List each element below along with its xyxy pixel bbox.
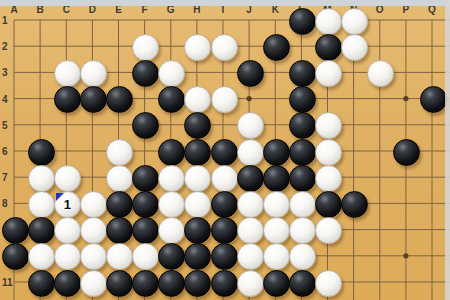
black-stone-C4[interactable] (54, 86, 81, 113)
white-stone-M3[interactable] (315, 60, 342, 87)
window-right-edge (445, 0, 450, 300)
black-stone-E8[interactable] (106, 191, 133, 218)
black-stone-G11[interactable] (158, 270, 185, 297)
black-stone-E11[interactable] (106, 270, 133, 297)
white-stone-O3[interactable] (367, 60, 394, 87)
white-stone-F2[interactable] (132, 34, 159, 61)
black-stone-Q4[interactable] (420, 86, 447, 113)
black-stone-F7[interactable] (132, 165, 159, 192)
row-label-1: 1 (2, 15, 8, 26)
white-stone-K9[interactable] (263, 217, 290, 244)
black-stone-J3[interactable] (237, 60, 264, 87)
black-stone-I11[interactable] (211, 270, 238, 297)
white-stone-G7[interactable] (158, 165, 185, 192)
white-stone-E6[interactable] (106, 139, 133, 166)
white-stone-J10[interactable] (237, 243, 264, 270)
black-stone-K6[interactable] (263, 139, 290, 166)
black-stone-I9[interactable] (211, 217, 238, 244)
white-stone-E7[interactable] (106, 165, 133, 192)
white-stone-C10[interactable] (54, 243, 81, 270)
black-stone-A10[interactable] (2, 243, 29, 270)
black-stone-P6[interactable] (393, 139, 420, 166)
white-stone-G3[interactable] (158, 60, 185, 87)
white-stone-L10[interactable] (289, 243, 316, 270)
go-app-window: ABCDEFGHIJKLMNOPQ1234567891011 1 (0, 0, 450, 300)
white-stone-J8[interactable] (237, 191, 264, 218)
white-stone-B7[interactable] (28, 165, 55, 192)
window-top-edge (0, 0, 450, 6)
black-stone-L4[interactable] (289, 86, 316, 113)
white-stone-I7[interactable] (211, 165, 238, 192)
black-stone-K11[interactable] (263, 270, 290, 297)
black-stone-B11[interactable] (28, 270, 55, 297)
black-stone-H11[interactable] (184, 270, 211, 297)
white-stone-L8[interactable] (289, 191, 316, 218)
black-stone-L6[interactable] (289, 139, 316, 166)
white-stone-I2[interactable] (211, 34, 238, 61)
row-label-11: 11 (2, 277, 13, 288)
white-stone-I4[interactable] (211, 86, 238, 113)
black-stone-K7[interactable] (263, 165, 290, 192)
black-stone-J7[interactable] (237, 165, 264, 192)
white-stone-C9[interactable] (54, 217, 81, 244)
white-stone-M11[interactable] (315, 270, 342, 297)
white-stone-G8[interactable] (158, 191, 185, 218)
black-stone-G6[interactable] (158, 139, 185, 166)
white-stone-H7[interactable] (184, 165, 211, 192)
black-stone-H6[interactable] (184, 139, 211, 166)
white-stone-J9[interactable] (237, 217, 264, 244)
white-stone-J11[interactable] (237, 270, 264, 297)
white-stone-D9[interactable] (80, 217, 107, 244)
white-stone-B8[interactable] (28, 191, 55, 218)
row-label-2: 2 (2, 41, 8, 52)
black-stone-L3[interactable] (289, 60, 316, 87)
black-stone-L1[interactable] (289, 8, 316, 35)
black-stone-F8[interactable] (132, 191, 159, 218)
white-stone-K8[interactable] (263, 191, 290, 218)
row-label-3: 3 (2, 67, 8, 78)
row-label-5: 5 (2, 119, 8, 130)
white-stone-D10[interactable] (80, 243, 107, 270)
row-label-8: 8 (2, 198, 8, 209)
black-stone-I6[interactable] (211, 139, 238, 166)
black-stone-B6[interactable] (28, 139, 55, 166)
white-stone-D11[interactable] (80, 270, 107, 297)
white-stone-M7[interactable] (315, 165, 342, 192)
white-stone-J5[interactable] (237, 112, 264, 139)
white-stone-L9[interactable] (289, 217, 316, 244)
white-stone-J6[interactable] (237, 139, 264, 166)
white-stone-D3[interactable] (80, 60, 107, 87)
white-stone-C7[interactable] (54, 165, 81, 192)
black-stone-N8[interactable] (341, 191, 368, 218)
black-stone-L5[interactable] (289, 112, 316, 139)
black-stone-L11[interactable] (289, 270, 316, 297)
row-label-7: 7 (2, 172, 8, 183)
move-number-label: 1 (55, 192, 80, 217)
black-stone-D4[interactable] (80, 86, 107, 113)
black-stone-I8[interactable] (211, 191, 238, 218)
row-label-4: 4 (2, 93, 8, 104)
white-stone-B10[interactable] (28, 243, 55, 270)
white-stone-M9[interactable] (315, 217, 342, 244)
white-stone-H2[interactable] (184, 34, 211, 61)
white-stone-M6[interactable] (315, 139, 342, 166)
black-stone-I10[interactable] (211, 243, 238, 270)
black-stone-B9[interactable] (28, 217, 55, 244)
black-stone-A9[interactable] (2, 217, 29, 244)
black-stone-M8[interactable] (315, 191, 342, 218)
white-stone-N1[interactable] (341, 8, 368, 35)
white-stone-M1[interactable] (315, 8, 342, 35)
white-stone-N2[interactable] (341, 34, 368, 61)
white-stone-K10[interactable] (263, 243, 290, 270)
row-label-6: 6 (2, 146, 8, 157)
black-stone-M2[interactable] (315, 34, 342, 61)
black-stone-E4[interactable] (106, 86, 133, 113)
black-stone-F11[interactable] (132, 270, 159, 297)
black-stone-F3[interactable] (132, 60, 159, 87)
white-stone-C8[interactable]: 1 (54, 191, 81, 218)
black-stone-L7[interactable] (289, 165, 316, 192)
white-stone-C3[interactable] (54, 60, 81, 87)
black-stone-K2[interactable] (263, 34, 290, 61)
black-stone-E9[interactable] (106, 217, 133, 244)
white-stone-D8[interactable] (80, 191, 107, 218)
black-stone-C11[interactable] (54, 270, 81, 297)
